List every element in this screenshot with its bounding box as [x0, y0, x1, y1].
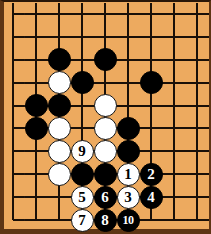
intersection-c6r5 — [117, 94, 140, 117]
intersection-c9r2 — [186, 25, 209, 48]
intersection-c1r4 — [2, 71, 25, 94]
intersection-c9r10 — [186, 209, 209, 232]
black-stone-move-10: 10 — [117, 209, 140, 232]
black-stone-move-6: 6 — [94, 186, 117, 209]
intersection-c7r1 — [140, 3, 163, 26]
intersection-c4r2 — [71, 25, 94, 48]
intersection-c6r7 — [117, 140, 140, 163]
black-stone — [94, 163, 117, 186]
intersection-c8r1 — [163, 3, 186, 26]
intersection-c7r2 — [140, 25, 163, 48]
black-stone — [71, 163, 94, 186]
intersection-c4r8 — [71, 163, 94, 186]
intersection-c7r5 — [140, 94, 163, 117]
intersection-c9r3 — [186, 48, 209, 71]
intersection-c4r9: 5 — [71, 186, 94, 209]
intersection-c2r10 — [25, 209, 48, 232]
intersection-c1r1 — [2, 3, 25, 26]
intersection-c2r9 — [25, 186, 48, 209]
intersection-c5r4 — [94, 71, 117, 94]
intersection-c4r7: 9 — [71, 140, 94, 163]
intersection-c3r1 — [48, 3, 71, 26]
intersection-c2r8 — [25, 163, 48, 186]
black-stone — [117, 117, 140, 140]
intersection-c9r8 — [186, 163, 209, 186]
intersection-c8r10 — [163, 209, 186, 232]
intersection-c9r4 — [186, 71, 209, 94]
intersection-c2r2 — [25, 25, 48, 48]
intersection-c4r10: 7 — [71, 209, 94, 232]
intersection-c8r6 — [163, 117, 186, 140]
intersection-c1r7 — [2, 140, 25, 163]
black-stone — [117, 140, 140, 163]
intersection-c8r4 — [163, 71, 186, 94]
goban: 91256347810 — [0, 0, 211, 234]
black-stone — [48, 94, 71, 117]
intersection-c4r3 — [71, 48, 94, 71]
intersection-c7r9: 4 — [140, 186, 163, 209]
intersection-c9r1 — [186, 3, 209, 26]
white-stone — [48, 163, 71, 186]
intersection-c1r2 — [2, 25, 25, 48]
white-stone-move-7: 7 — [71, 209, 94, 232]
intersection-c2r1 — [25, 3, 48, 26]
intersection-c7r8: 2 — [140, 163, 163, 186]
white-stone — [48, 71, 71, 94]
intersection-c7r10 — [140, 209, 163, 232]
intersection-c7r4 — [140, 71, 163, 94]
intersection-c6r1 — [117, 3, 140, 26]
intersection-c4r1 — [71, 3, 94, 26]
intersection-c3r8 — [48, 163, 71, 186]
black-stone — [48, 48, 71, 71]
intersection-c2r4 — [25, 71, 48, 94]
intersection-c6r8: 1 — [117, 163, 140, 186]
intersection-c3r10 — [48, 209, 71, 232]
intersection-c5r2 — [94, 25, 117, 48]
intersection-c5r5 — [94, 94, 117, 117]
intersection-c4r5 — [71, 94, 94, 117]
goban-grid: 91256347810 — [2, 3, 209, 232]
intersection-c8r5 — [163, 94, 186, 117]
intersection-c1r5 — [2, 94, 25, 117]
white-stone-move-1: 1 — [117, 163, 140, 186]
intersection-c6r9: 3 — [117, 186, 140, 209]
intersection-c6r6 — [117, 117, 140, 140]
intersection-c6r4 — [117, 71, 140, 94]
intersection-c8r3 — [163, 48, 186, 71]
intersection-c3r3 — [48, 48, 71, 71]
intersection-c9r6 — [186, 117, 209, 140]
intersection-c8r7 — [163, 140, 186, 163]
go-diagram: 91256347810 — [0, 0, 211, 234]
intersection-c3r7 — [48, 140, 71, 163]
white-stone — [48, 117, 71, 140]
white-stone-move-3: 3 — [117, 186, 140, 209]
intersection-c9r9 — [186, 186, 209, 209]
white-stone — [94, 117, 117, 140]
intersection-c3r6 — [48, 117, 71, 140]
intersection-c7r3 — [140, 48, 163, 71]
white-stone-move-5: 5 — [71, 186, 94, 209]
intersection-c3r2 — [48, 25, 71, 48]
intersection-c7r6 — [140, 117, 163, 140]
white-stone — [48, 140, 71, 163]
intersection-c4r4 — [71, 71, 94, 94]
intersection-c1r10 — [2, 209, 25, 232]
white-stone-move-9: 9 — [71, 140, 94, 163]
intersection-c2r5 — [25, 94, 48, 117]
black-stone — [140, 71, 163, 94]
intersection-c3r9 — [48, 186, 71, 209]
intersection-c2r7 — [25, 140, 48, 163]
black-stone — [94, 48, 117, 71]
intersection-c3r5 — [48, 94, 71, 117]
intersection-c2r3 — [25, 48, 48, 71]
intersection-c1r9 — [2, 186, 25, 209]
black-stone-move-2: 2 — [140, 163, 163, 186]
white-stone — [94, 94, 117, 117]
black-stone-move-8: 8 — [94, 209, 117, 232]
intersection-c5r8 — [94, 163, 117, 186]
intersection-c7r7 — [140, 140, 163, 163]
intersection-c6r3 — [117, 48, 140, 71]
intersection-c5r6 — [94, 117, 117, 140]
black-stone-move-4: 4 — [140, 186, 163, 209]
black-stone — [25, 94, 48, 117]
intersection-c5r1 — [94, 3, 117, 26]
intersection-c1r6 — [2, 117, 25, 140]
intersection-c5r9: 6 — [94, 186, 117, 209]
intersection-c9r7 — [186, 140, 209, 163]
white-stone — [94, 140, 117, 163]
intersection-c4r6 — [71, 117, 94, 140]
black-stone — [25, 117, 48, 140]
intersection-c1r3 — [2, 48, 25, 71]
intersection-c1r8 — [2, 163, 25, 186]
intersection-c5r7 — [94, 140, 117, 163]
intersection-c6r10: 10 — [117, 209, 140, 232]
black-stone — [71, 71, 94, 94]
intersection-c6r2 — [117, 25, 140, 48]
intersection-c2r6 — [25, 117, 48, 140]
intersection-c9r5 — [186, 94, 209, 117]
intersection-c8r8 — [163, 163, 186, 186]
intersection-c5r10: 8 — [94, 209, 117, 232]
intersection-c8r2 — [163, 25, 186, 48]
intersection-c8r9 — [163, 186, 186, 209]
intersection-c3r4 — [48, 71, 71, 94]
intersection-c5r3 — [94, 48, 117, 71]
